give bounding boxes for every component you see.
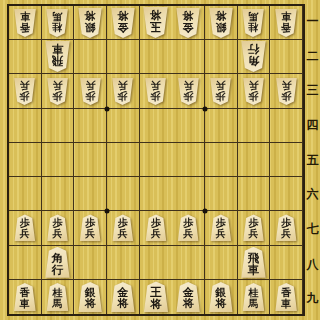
- board-cell-1-6[interactable]: [270, 177, 303, 211]
- hoshi-dot: [203, 209, 208, 214]
- board-cell-8-3[interactable]: 歩兵: [42, 74, 75, 108]
- koma-face: 銀将: [208, 8, 234, 38]
- koma-face: 歩兵: [177, 78, 200, 105]
- koma-face: 歩兵: [242, 78, 265, 105]
- board-cell-1-4[interactable]: [270, 109, 303, 143]
- koma-face: 銀将: [208, 282, 234, 312]
- piece-pawn-gote[interactable]: 歩兵: [144, 78, 167, 105]
- piece-pawn-gote[interactable]: 歩兵: [111, 78, 134, 105]
- board-cell-7-4[interactable]: [74, 109, 107, 143]
- board-cell-4-6[interactable]: [172, 177, 205, 211]
- piece-knight-gote[interactable]: 桂馬: [45, 9, 69, 37]
- piece-lance-gote[interactable]: 香車: [274, 9, 298, 37]
- rank-label-3: 三: [305, 73, 320, 108]
- board-cell-2-9[interactable]: 桂馬: [238, 280, 271, 314]
- piece-silver-gote[interactable]: 銀将: [77, 8, 103, 38]
- board-cell-3-6[interactable]: [205, 177, 238, 211]
- board-cell-1-8[interactable]: [270, 246, 303, 280]
- piece-silver-sente[interactable]: 銀将: [208, 282, 234, 312]
- piece-pawn-gote[interactable]: 歩兵: [209, 78, 232, 105]
- board-cell-8-2[interactable]: 飛車: [42, 40, 75, 74]
- piece-pawn-gote[interactable]: 歩兵: [275, 78, 298, 105]
- koma-face: 香車: [274, 283, 298, 311]
- rank-label-9: 九: [305, 281, 320, 316]
- koma-face: 歩兵: [275, 78, 298, 105]
- board-cell-6-4[interactable]: [107, 109, 140, 143]
- board-cell-8-4[interactable]: [42, 109, 75, 143]
- board-cell-3-1[interactable]: 銀将: [205, 6, 238, 40]
- piece-pawn-sente[interactable]: 歩兵: [242, 214, 265, 241]
- board-cell-8-8[interactable]: 角行: [42, 246, 75, 280]
- board-cell-6-5[interactable]: [107, 143, 140, 177]
- board-cell-7-3[interactable]: 歩兵: [74, 74, 107, 108]
- board-cell-1-3[interactable]: 歩兵: [270, 74, 303, 108]
- board-cell-7-9[interactable]: 銀将: [74, 280, 107, 314]
- piece-pawn-sente[interactable]: 歩兵: [177, 214, 200, 241]
- rank-labels: 一 二 三 四 五 六 七 八 九: [305, 4, 320, 316]
- board-cell-8-9[interactable]: 桂馬: [42, 280, 75, 314]
- board-cell-1-1[interactable]: 香車: [270, 6, 303, 40]
- koma-face: 歩兵: [111, 78, 134, 105]
- koma-face: 歩兵: [275, 214, 298, 241]
- piece-pawn-sente[interactable]: 歩兵: [79, 214, 102, 241]
- board-cell-4-1[interactable]: 金将: [172, 6, 205, 40]
- piece-lance-sente[interactable]: 香車: [274, 283, 298, 311]
- koma-face: 歩兵: [111, 214, 134, 241]
- koma-face: 角行: [44, 247, 71, 278]
- board-cell-5-7[interactable]: 歩兵: [140, 211, 173, 245]
- piece-knight-sente[interactable]: 桂馬: [45, 283, 69, 311]
- board-cell-2-1[interactable]: 桂馬: [238, 6, 271, 40]
- piece-pawn-sente[interactable]: 歩兵: [275, 214, 298, 241]
- piece-bishop-sente[interactable]: 角行: [44, 247, 71, 278]
- board-cell-7-5[interactable]: [74, 143, 107, 177]
- board-cell-9-8[interactable]: [9, 246, 42, 280]
- koma-face: 銀将: [77, 8, 103, 38]
- board-cell-9-9[interactable]: 香車: [9, 280, 42, 314]
- board-cell-8-5[interactable]: [42, 143, 75, 177]
- rank-label-7: 七: [305, 212, 320, 247]
- board-cell-1-9[interactable]: 香車: [270, 280, 303, 314]
- board-cell-8-1[interactable]: 桂馬: [42, 6, 75, 40]
- board-cell-4-5[interactable]: [172, 143, 205, 177]
- koma-face: 飛車: [44, 41, 71, 72]
- piece-knight-gote[interactable]: 桂馬: [241, 9, 265, 37]
- piece-king-sente[interactable]: 王将: [142, 281, 169, 312]
- hoshi-dot: [104, 106, 109, 111]
- piece-knight-sente[interactable]: 桂馬: [241, 283, 265, 311]
- koma-face: 歩兵: [13, 214, 36, 241]
- board-cell-4-8[interactable]: [172, 246, 205, 280]
- piece-silver-gote[interactable]: 銀将: [208, 8, 234, 38]
- piece-pawn-sente[interactable]: 歩兵: [46, 214, 69, 241]
- board-cell-9-6[interactable]: [9, 177, 42, 211]
- board-cell-4-3[interactable]: 歩兵: [172, 74, 205, 108]
- piece-pawn-gote[interactable]: 歩兵: [46, 78, 69, 105]
- piece-pawn-sente[interactable]: 歩兵: [111, 214, 134, 241]
- koma-face: 金将: [110, 282, 136, 312]
- koma-face: 角行: [240, 41, 267, 72]
- rank-label-1: 一: [305, 4, 320, 39]
- board-cell-2-4[interactable]: [238, 109, 271, 143]
- piece-gold-sente[interactable]: 金将: [175, 282, 201, 312]
- koma-face: 歩兵: [144, 78, 167, 105]
- piece-pawn-sente[interactable]: 歩兵: [144, 214, 167, 241]
- board-cell-7-2[interactable]: [74, 40, 107, 74]
- board-cell-8-7[interactable]: 歩兵: [42, 211, 75, 245]
- koma-face: 歩兵: [209, 214, 232, 241]
- koma-face: 王将: [142, 281, 169, 312]
- koma-face: 歩兵: [177, 214, 200, 241]
- piece-pawn-gote[interactable]: 歩兵: [13, 78, 36, 105]
- koma-face: 桂馬: [241, 283, 265, 311]
- board-cell-2-7[interactable]: 歩兵: [238, 211, 271, 245]
- board-cell-4-4[interactable]: [172, 109, 205, 143]
- board-cell-5-8[interactable]: [140, 246, 173, 280]
- koma-face: 歩兵: [46, 214, 69, 241]
- koma-face: 金将: [175, 282, 201, 312]
- rank-label-6: 六: [305, 177, 320, 212]
- board-cell-1-5[interactable]: [270, 143, 303, 177]
- board-cell-5-1[interactable]: 玉将: [140, 6, 173, 40]
- koma-face: 歩兵: [209, 78, 232, 105]
- koma-face: 歩兵: [242, 214, 265, 241]
- koma-face: 桂馬: [45, 283, 69, 311]
- koma-face: 桂馬: [45, 9, 69, 37]
- koma-face: 金将: [110, 8, 136, 38]
- koma-face: 銀将: [77, 282, 103, 312]
- board-cell-9-1[interactable]: 香車: [9, 6, 42, 40]
- hoshi-dot: [104, 209, 109, 214]
- board-cell-7-1[interactable]: 銀将: [74, 6, 107, 40]
- koma-face: 玉将: [142, 7, 169, 38]
- board-cell-3-3[interactable]: 歩兵: [205, 74, 238, 108]
- board-cell-9-7[interactable]: 歩兵: [9, 211, 42, 245]
- board-cell-7-8[interactable]: [74, 246, 107, 280]
- board-cell-3-8[interactable]: [205, 246, 238, 280]
- koma-face: 金将: [175, 8, 201, 38]
- board-cell-5-5[interactable]: [140, 143, 173, 177]
- board-cell-5-6[interactable]: [140, 177, 173, 211]
- koma-face: 歩兵: [46, 78, 69, 105]
- piece-king-gote[interactable]: 玉将: [142, 7, 169, 38]
- piece-gold-gote[interactable]: 金将: [110, 8, 136, 38]
- board-cell-5-2[interactable]: [140, 40, 173, 74]
- board-cell-9-5[interactable]: [9, 143, 42, 177]
- rank-label-5: 五: [305, 143, 320, 178]
- rank-label-2: 二: [305, 39, 320, 74]
- koma-face: 香車: [13, 9, 37, 37]
- board-cell-6-1[interactable]: 金将: [107, 6, 140, 40]
- piece-pawn-gote[interactable]: 歩兵: [79, 78, 102, 105]
- piece-lance-gote[interactable]: 香車: [13, 9, 37, 37]
- rank-label-4: 四: [305, 108, 320, 143]
- piece-pawn-gote[interactable]: 歩兵: [242, 78, 265, 105]
- board-cell-4-2[interactable]: [172, 40, 205, 74]
- board-cell-1-2[interactable]: [270, 40, 303, 74]
- board-cell-5-3[interactable]: 歩兵: [140, 74, 173, 108]
- board-cell-6-3[interactable]: 歩兵: [107, 74, 140, 108]
- koma-face: 歩兵: [79, 214, 102, 241]
- piece-lance-sente[interactable]: 香車: [13, 283, 37, 311]
- koma-face: 歩兵: [79, 78, 102, 105]
- board-cell-2-8[interactable]: 飛車: [238, 246, 271, 280]
- piece-gold-gote[interactable]: 金将: [175, 8, 201, 38]
- board-cell-5-4[interactable]: [140, 109, 173, 143]
- board-cell-8-6[interactable]: [42, 177, 75, 211]
- board-cell-6-8[interactable]: [107, 246, 140, 280]
- piece-silver-sente[interactable]: 銀将: [77, 282, 103, 312]
- shogi-board: 香車桂馬銀将金将玉将金将銀将桂馬香車飛車角行歩兵歩兵歩兵歩兵歩兵歩兵歩兵歩兵歩兵…: [7, 4, 305, 316]
- board-cell-2-2[interactable]: 角行: [238, 40, 271, 74]
- koma-face: 香車: [13, 283, 37, 311]
- board-cell-3-7[interactable]: 歩兵: [205, 211, 238, 245]
- board-cell-3-9[interactable]: 銀将: [205, 280, 238, 314]
- board-cell-4-7[interactable]: 歩兵: [172, 211, 205, 245]
- koma-face: 飛車: [240, 247, 267, 278]
- board-cell-7-7[interactable]: 歩兵: [74, 211, 107, 245]
- piece-pawn-gote[interactable]: 歩兵: [177, 78, 200, 105]
- board-cell-2-3[interactable]: 歩兵: [238, 74, 271, 108]
- board-cell-5-9[interactable]: 王将: [140, 280, 173, 314]
- koma-face: 歩兵: [13, 78, 36, 105]
- hoshi-dot: [203, 106, 208, 111]
- board-cell-3-4[interactable]: [205, 109, 238, 143]
- piece-pawn-sente[interactable]: 歩兵: [209, 214, 232, 241]
- board-cell-7-6[interactable]: [74, 177, 107, 211]
- piece-gold-sente[interactable]: 金将: [110, 282, 136, 312]
- board-cell-6-2[interactable]: [107, 40, 140, 74]
- piece-rook-sente[interactable]: 飛車: [240, 247, 267, 278]
- piece-rook-gote[interactable]: 飛車: [44, 41, 71, 72]
- board-cell-6-9[interactable]: 金将: [107, 280, 140, 314]
- board-cell-6-7[interactable]: 歩兵: [107, 211, 140, 245]
- koma-face: 桂馬: [241, 9, 265, 37]
- board-cell-1-7[interactable]: 歩兵: [270, 211, 303, 245]
- board-cell-9-2[interactable]: [9, 40, 42, 74]
- piece-pawn-sente[interactable]: 歩兵: [13, 214, 36, 241]
- koma-face: 歩兵: [144, 214, 167, 241]
- board-cell-3-5[interactable]: [205, 143, 238, 177]
- piece-bishop-gote[interactable]: 角行: [240, 41, 267, 72]
- board-cell-9-4[interactable]: [9, 109, 42, 143]
- board-cell-6-6[interactable]: [107, 177, 140, 211]
- board-cell-3-2[interactable]: [205, 40, 238, 74]
- koma-face: 香車: [274, 9, 298, 37]
- rank-label-8: 八: [305, 247, 320, 282]
- board-cell-2-6[interactable]: [238, 177, 271, 211]
- board-cell-4-9[interactable]: 金将: [172, 280, 205, 314]
- board-cell-2-5[interactable]: [238, 143, 271, 177]
- board-cell-9-3[interactable]: 歩兵: [9, 74, 42, 108]
